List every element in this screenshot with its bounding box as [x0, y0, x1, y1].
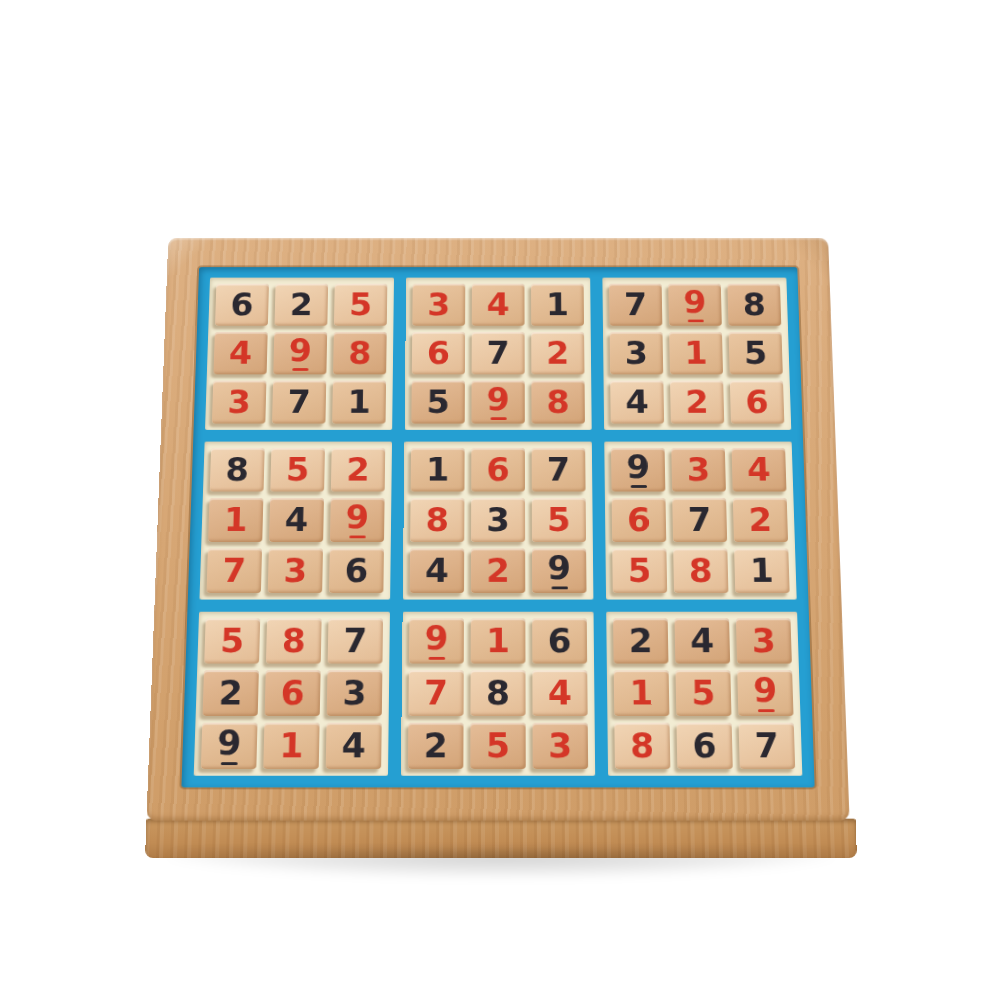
tile-digit: 7 [287, 386, 311, 417]
tile-r5c7[interactable]: 6 [612, 498, 667, 542]
wooden-frame: 6254983713416725987983154268521497361678… [146, 238, 849, 821]
tile-digit: 7 [754, 729, 779, 763]
tile-digit: 3 [751, 624, 776, 657]
tile-digit: 2 [290, 289, 314, 320]
tile-digit: 9 [683, 287, 707, 318]
tile-r6c7[interactable]: 5 [612, 548, 667, 593]
tile-r8c4[interactable]: 7 [408, 670, 463, 716]
block-1: 625498371 [205, 278, 394, 430]
tile-r8c6[interactable]: 4 [532, 670, 587, 716]
tile-digit: 9 [487, 384, 510, 415]
tile-r8c1[interactable]: 2 [203, 670, 259, 716]
tile-digit: 1 [279, 729, 304, 763]
tile-r7c7[interactable]: 2 [613, 618, 668, 663]
tile-digit: 8 [630, 729, 655, 763]
tile-r9c9[interactable]: 7 [739, 723, 796, 769]
tile-digit: 6 [344, 554, 368, 587]
tile-digit: 8 [546, 386, 569, 417]
tile-r4c5[interactable]: 6 [471, 448, 525, 492]
tile-r9c6[interactable]: 3 [533, 723, 589, 769]
tile-r5c4[interactable]: 8 [410, 498, 464, 542]
block-3: 798315426 [602, 278, 791, 430]
tile-digit: 9 [288, 335, 312, 366]
tile-digit: 5 [286, 454, 310, 486]
tile-digit: 7 [688, 504, 712, 536]
tile-digit: 1 [486, 624, 510, 657]
tile-r9c2[interactable]: 1 [263, 723, 319, 769]
tile-digit: 6 [548, 624, 572, 657]
sudoku-board: 6254983713416725987983154268521497361678… [145, 238, 857, 858]
tile-r5c1[interactable]: 1 [208, 498, 263, 542]
tile-digit: 5 [547, 504, 571, 536]
tile-digit: 7 [487, 338, 510, 369]
tile-r4c7[interactable]: 9 [611, 448, 665, 492]
block-2: 341672598 [405, 278, 592, 430]
digit-underline [292, 368, 308, 371]
tile-digit: 3 [548, 729, 572, 763]
tile-r2c5[interactable]: 7 [472, 332, 525, 374]
sudoku-product-photo: 6254983713416725987983154268521497361678… [145, 186, 857, 878]
tile-digit: 3 [625, 338, 649, 369]
tile-r7c4[interactable]: 9 [409, 618, 464, 663]
tile-digit: 6 [427, 338, 450, 369]
tile-r7c9[interactable]: 3 [736, 618, 792, 663]
tile-digit: 5 [349, 289, 372, 320]
tile-r6c9[interactable]: 1 [734, 548, 790, 593]
tile-r4c2[interactable]: 5 [270, 448, 325, 492]
digit-underline [490, 417, 506, 420]
tile-r7c1[interactable]: 5 [204, 618, 260, 663]
tile-r3c1[interactable]: 3 [212, 381, 267, 424]
tile-digit: 9 [424, 622, 448, 655]
tile-r3c2[interactable]: 7 [272, 381, 326, 424]
tile-digit: 1 [546, 289, 569, 320]
tile-r7c8[interactable]: 4 [674, 618, 730, 663]
tile-r1c1[interactable]: 6 [215, 284, 269, 326]
tile-digit: 1 [426, 454, 450, 486]
tile-digit: 6 [745, 386, 769, 417]
tile-r9c8[interactable]: 6 [676, 723, 732, 769]
tile-digit: 9 [217, 727, 242, 761]
tile-digit: 5 [220, 624, 245, 657]
tile-digit: 1 [347, 386, 371, 417]
tile-r9c4[interactable]: 2 [408, 723, 464, 769]
tile-r2c7[interactable]: 3 [610, 332, 664, 374]
tile-digit: 8 [486, 676, 510, 709]
tile-r8c2[interactable]: 6 [265, 670, 321, 716]
tile-r6c6[interactable]: 9 [532, 548, 587, 593]
tile-r1c8[interactable]: 9 [668, 284, 722, 326]
tile-digit: 2 [629, 624, 653, 657]
tile-digit: 3 [227, 386, 251, 417]
tile-digit: 6 [627, 504, 651, 536]
tile-r5c9[interactable]: 2 [733, 498, 788, 542]
tile-digit: 1 [224, 504, 248, 536]
tile-digit: 8 [742, 289, 766, 320]
tile-r1c4[interactable]: 3 [412, 284, 465, 326]
block-5: 167835429 [403, 442, 594, 600]
digit-underline [428, 657, 445, 660]
tile-r5c3[interactable]: 9 [330, 498, 385, 542]
tile-digit: 5 [486, 729, 510, 763]
tile-r8c5[interactable]: 8 [470, 670, 525, 716]
tile-r8c9[interactable]: 9 [737, 670, 793, 716]
tile-r1c9[interactable]: 8 [727, 284, 781, 326]
tile-digit: 4 [229, 338, 253, 369]
tile-digit: 7 [624, 289, 647, 320]
tile-r9c1[interactable]: 9 [201, 723, 258, 769]
tile-digit: 1 [684, 338, 708, 369]
block-4: 852149736 [199, 442, 392, 600]
tile-r4c4[interactable]: 1 [411, 448, 465, 492]
tile-digit: 4 [284, 504, 308, 536]
tile-r4c6[interactable]: 7 [532, 448, 586, 492]
tile-digit: 4 [487, 289, 510, 320]
digit-underline [349, 536, 365, 539]
tile-r8c8[interactable]: 5 [675, 670, 731, 716]
tile-r6c1[interactable]: 7 [206, 548, 262, 593]
tile-digit: 3 [283, 554, 307, 587]
tile-digit: 7 [547, 454, 571, 486]
tile-r7c3[interactable]: 7 [328, 618, 383, 663]
digit-underline [687, 320, 703, 323]
tile-digit: 8 [282, 624, 307, 657]
tile-r1c5[interactable]: 4 [472, 284, 525, 326]
tile-digit: 4 [625, 386, 649, 417]
tile-digit: 2 [685, 386, 709, 417]
tile-r8c7[interactable]: 1 [614, 670, 670, 716]
tile-r2c1[interactable]: 4 [213, 332, 267, 374]
tile-digit: 3 [342, 676, 366, 709]
tile-r6c3[interactable]: 6 [329, 548, 384, 593]
tile-digit: 1 [629, 676, 653, 709]
blue-grid-mat: 6254983713416725987983154268521497361678… [181, 267, 814, 787]
tile-digit: 6 [486, 454, 509, 486]
tile-r3c3[interactable]: 1 [332, 381, 386, 424]
tile-digit: 2 [546, 338, 569, 369]
block-6: 934672581 [604, 442, 796, 600]
block-8: 916784253 [401, 612, 595, 776]
tile-r1c7[interactable]: 7 [609, 284, 662, 326]
tile-digit: 5 [426, 386, 449, 417]
tile-r1c6[interactable]: 1 [531, 284, 584, 326]
tile-r7c5[interactable]: 1 [471, 618, 526, 663]
tile-digit: 2 [486, 554, 510, 587]
tile-r3c9[interactable]: 6 [730, 381, 785, 424]
tile-digit: 4 [548, 676, 572, 709]
tile-digit: 3 [687, 454, 711, 486]
tile-digit: 6 [280, 676, 305, 709]
tile-r9c3[interactable]: 4 [326, 723, 382, 769]
tile-digit: 6 [230, 289, 254, 320]
tile-digit: 1 [750, 554, 775, 587]
tile-digit: 8 [348, 338, 372, 369]
tile-digit: 3 [427, 289, 450, 320]
tile-r2c4[interactable]: 6 [412, 332, 465, 374]
tile-r3c4[interactable]: 5 [411, 381, 465, 424]
tile-digit: 7 [222, 554, 247, 587]
tile-r4c1[interactable]: 8 [210, 448, 265, 492]
tile-r2c6[interactable]: 2 [531, 332, 584, 374]
digit-underline [551, 586, 568, 589]
sudoku-grid: 6254983713416725987983154268521497361678… [194, 278, 803, 776]
tile-digit: 9 [626, 452, 650, 484]
tile-r2c2[interactable]: 9 [273, 332, 327, 374]
block-7: 587263914 [194, 612, 390, 776]
tile-digit: 7 [343, 624, 367, 657]
tile-r6c2[interactable]: 3 [268, 548, 323, 593]
tile-r6c8[interactable]: 8 [673, 548, 728, 593]
tile-digit: 5 [744, 338, 768, 369]
digit-underline [220, 762, 237, 765]
tile-r4c3[interactable]: 2 [331, 448, 385, 492]
digit-underline [630, 485, 646, 488]
tile-digit: 9 [345, 502, 369, 534]
tile-r8c3[interactable]: 3 [327, 670, 383, 716]
tile-digit: 4 [341, 729, 366, 763]
tile-r2c3[interactable]: 8 [333, 332, 387, 374]
tile-r2c9[interactable]: 5 [729, 332, 783, 374]
tile-digit: 2 [346, 454, 370, 486]
tile-r3c6[interactable]: 8 [531, 381, 585, 424]
tile-r5c5[interactable]: 3 [471, 498, 525, 542]
tile-r6c5[interactable]: 2 [471, 548, 525, 593]
tile-digit: 4 [690, 624, 715, 657]
tile-r9c7[interactable]: 8 [614, 723, 670, 769]
tile-r3c8[interactable]: 2 [670, 381, 724, 424]
tile-r4c8[interactable]: 3 [671, 448, 726, 492]
tile-r7c6[interactable]: 6 [532, 618, 587, 663]
tile-r4c9[interactable]: 4 [732, 448, 787, 492]
tile-digit: 2 [218, 676, 243, 709]
tile-r5c6[interactable]: 5 [532, 498, 586, 542]
tile-digit: 9 [753, 674, 778, 707]
tile-digit: 5 [691, 676, 716, 709]
tile-digit: 2 [748, 504, 772, 536]
drop-shadow [169, 852, 833, 878]
tile-digit: 5 [628, 554, 652, 587]
tile-digit: 8 [425, 504, 449, 536]
tile-digit: 9 [547, 552, 571, 584]
tile-digit: 6 [692, 729, 717, 763]
tile-digit: 4 [747, 454, 771, 486]
tile-r3c5[interactable]: 9 [471, 381, 524, 424]
tile-r7c2[interactable]: 8 [266, 618, 322, 663]
tile-digit: 7 [424, 676, 448, 709]
tile-r5c8[interactable]: 7 [672, 498, 727, 542]
tile-r6c4[interactable]: 4 [410, 548, 465, 593]
tile-digit: 8 [225, 454, 249, 486]
tile-r1c3[interactable]: 5 [334, 284, 387, 326]
tile-r9c5[interactable]: 5 [470, 723, 525, 769]
tile-digit: 8 [689, 554, 713, 587]
tile-digit: 2 [424, 729, 448, 763]
tile-digit: 4 [425, 554, 449, 587]
digit-underline [757, 709, 774, 712]
tile-r1c2[interactable]: 2 [274, 284, 328, 326]
tile-r5c2[interactable]: 4 [269, 498, 324, 542]
tile-digit: 3 [486, 504, 510, 536]
block-9: 243159867 [606, 612, 802, 776]
tile-r3c7[interactable]: 4 [610, 381, 664, 424]
tile-r2c8[interactable]: 1 [669, 332, 723, 374]
